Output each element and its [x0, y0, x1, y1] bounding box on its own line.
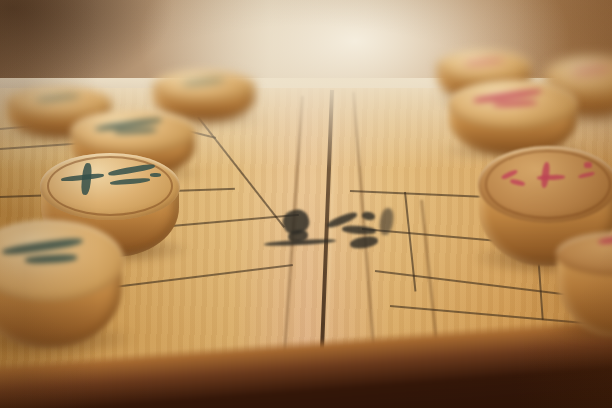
black-piece-front — [0, 220, 124, 348]
xiangqi-photo — [0, 0, 612, 408]
red-piece-mid — [448, 80, 578, 156]
red-piece-front — [556, 232, 612, 336]
piece-ink-character — [495, 157, 601, 197]
river-character-ink — [256, 200, 388, 258]
piece-ink-character — [57, 162, 163, 197]
